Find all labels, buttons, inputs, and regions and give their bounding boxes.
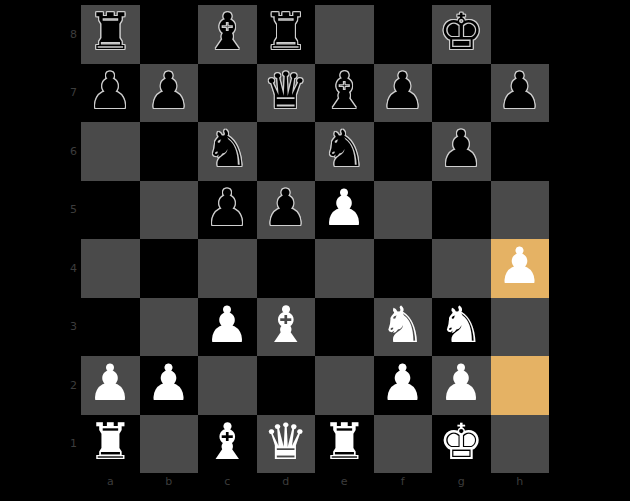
square-h7[interactable]: ♟ (491, 64, 550, 123)
square-f3[interactable]: ♞ (374, 298, 433, 357)
square-a8[interactable]: ♜ (81, 5, 140, 64)
square-d4[interactable] (257, 239, 316, 298)
square-d5[interactable]: ♟ (257, 181, 316, 240)
page-background: 87654321 ♜♝♜♚♟♟♛♝♟♟♞♞♟♟♟♟♟♟♝♞♞♟♟♟♟♜♝♛♜♚ … (0, 0, 630, 501)
square-f8[interactable] (374, 5, 433, 64)
square-d7[interactable]: ♛ (257, 64, 316, 123)
square-d8[interactable]: ♜ (257, 5, 316, 64)
square-d3[interactable]: ♝ (257, 298, 316, 357)
file-label-c: c (198, 473, 257, 491)
piece-white-pawn[interactable]: ♟ (439, 358, 484, 408)
piece-black-pawn[interactable]: ♟ (497, 66, 542, 116)
rank-label-6: 6 (0, 122, 77, 181)
square-b8[interactable] (140, 5, 199, 64)
square-b1[interactable] (140, 415, 199, 474)
square-b5[interactable] (140, 181, 199, 240)
square-e7[interactable]: ♝ (315, 64, 374, 123)
square-d1[interactable]: ♛ (257, 415, 316, 474)
piece-black-rook[interactable]: ♜ (263, 7, 308, 57)
rank-label-8: 8 (0, 5, 77, 64)
piece-black-king[interactable]: ♚ (439, 7, 484, 57)
square-f2[interactable]: ♟ (374, 356, 433, 415)
file-label-e: e (315, 473, 374, 491)
piece-white-bishop[interactable]: ♝ (205, 417, 250, 467)
piece-black-pawn[interactable]: ♟ (439, 124, 484, 174)
square-a7[interactable]: ♟ (81, 64, 140, 123)
square-e6[interactable]: ♞ (315, 122, 374, 181)
square-g1[interactable]: ♚ (432, 415, 491, 474)
piece-white-pawn[interactable]: ♟ (146, 358, 191, 408)
square-h8[interactable] (491, 5, 550, 64)
file-label-a: a (81, 473, 140, 491)
piece-black-knight[interactable]: ♞ (322, 124, 367, 174)
square-b6[interactable] (140, 122, 199, 181)
square-e5[interactable]: ♟ (315, 181, 374, 240)
square-h4[interactable]: ♟ (491, 239, 550, 298)
piece-black-bishop[interactable]: ♝ (205, 7, 250, 57)
square-c2[interactable] (198, 356, 257, 415)
square-h2[interactable] (491, 356, 550, 415)
piece-black-pawn[interactable]: ♟ (380, 66, 425, 116)
square-b4[interactable] (140, 239, 199, 298)
square-g5[interactable] (432, 181, 491, 240)
piece-white-pawn[interactable]: ♟ (497, 241, 542, 291)
square-a2[interactable]: ♟ (81, 356, 140, 415)
rank-label-7: 7 (0, 64, 77, 123)
square-a3[interactable] (81, 298, 140, 357)
rank-label-2: 2 (0, 356, 77, 415)
square-g4[interactable] (432, 239, 491, 298)
piece-black-pawn[interactable]: ♟ (263, 183, 308, 233)
file-labels: abcdefgh (81, 473, 549, 491)
square-h1[interactable] (491, 415, 550, 474)
square-f7[interactable]: ♟ (374, 64, 433, 123)
square-b3[interactable] (140, 298, 199, 357)
piece-white-rook[interactable]: ♜ (88, 417, 133, 467)
piece-black-knight[interactable]: ♞ (205, 124, 250, 174)
square-c4[interactable] (198, 239, 257, 298)
square-e3[interactable] (315, 298, 374, 357)
square-f6[interactable] (374, 122, 433, 181)
rank-label-3: 3 (0, 298, 77, 357)
file-label-d: d (257, 473, 316, 491)
piece-black-rook[interactable]: ♜ (88, 7, 133, 57)
rank-label-4: 4 (0, 239, 77, 298)
square-c6[interactable]: ♞ (198, 122, 257, 181)
square-a6[interactable] (81, 122, 140, 181)
square-c8[interactable]: ♝ (198, 5, 257, 64)
piece-black-bishop[interactable]: ♝ (322, 66, 367, 116)
square-a4[interactable] (81, 239, 140, 298)
piece-white-rook[interactable]: ♜ (322, 417, 367, 467)
piece-white-pawn[interactable]: ♟ (380, 358, 425, 408)
piece-white-pawn[interactable]: ♟ (322, 183, 367, 233)
rank-labels: 87654321 (0, 5, 77, 473)
square-f4[interactable] (374, 239, 433, 298)
chess-board: ♜♝♜♚♟♟♛♝♟♟♞♞♟♟♟♟♟♟♝♞♞♟♟♟♟♜♝♛♜♚ (81, 5, 549, 473)
piece-white-queen[interactable]: ♛ (263, 417, 308, 467)
rank-label-1: 1 (0, 415, 77, 474)
file-label-g: g (432, 473, 491, 491)
piece-white-pawn[interactable]: ♟ (205, 300, 250, 350)
piece-white-knight[interactable]: ♞ (439, 300, 484, 350)
piece-white-knight[interactable]: ♞ (380, 300, 425, 350)
square-f5[interactable] (374, 181, 433, 240)
square-g7[interactable] (432, 64, 491, 123)
piece-white-pawn[interactable]: ♟ (88, 358, 133, 408)
square-e2[interactable] (315, 356, 374, 415)
rank-label-5: 5 (0, 181, 77, 240)
square-g8[interactable]: ♚ (432, 5, 491, 64)
square-h6[interactable] (491, 122, 550, 181)
square-e8[interactable] (315, 5, 374, 64)
square-d6[interactable] (257, 122, 316, 181)
square-g6[interactable]: ♟ (432, 122, 491, 181)
square-f1[interactable] (374, 415, 433, 474)
file-label-b: b (140, 473, 199, 491)
piece-white-king[interactable]: ♚ (439, 417, 484, 467)
piece-black-queen[interactable]: ♛ (263, 66, 308, 116)
square-c1[interactable]: ♝ (198, 415, 257, 474)
square-g2[interactable]: ♟ (432, 356, 491, 415)
square-e1[interactable]: ♜ (315, 415, 374, 474)
piece-black-pawn[interactable]: ♟ (205, 183, 250, 233)
piece-white-bishop[interactable]: ♝ (263, 300, 308, 350)
piece-black-pawn[interactable]: ♟ (88, 66, 133, 116)
square-h5[interactable] (491, 181, 550, 240)
square-e4[interactable] (315, 239, 374, 298)
piece-black-pawn[interactable]: ♟ (146, 66, 191, 116)
square-c7[interactable] (198, 64, 257, 123)
square-b7[interactable]: ♟ (140, 64, 199, 123)
square-g3[interactable]: ♞ (432, 298, 491, 357)
file-label-h: h (491, 473, 550, 491)
square-a1[interactable]: ♜ (81, 415, 140, 474)
square-c3[interactable]: ♟ (198, 298, 257, 357)
square-d2[interactable] (257, 356, 316, 415)
file-label-f: f (374, 473, 433, 491)
square-a5[interactable] (81, 181, 140, 240)
square-c5[interactable]: ♟ (198, 181, 257, 240)
square-h3[interactable] (491, 298, 550, 357)
square-b2[interactable]: ♟ (140, 356, 199, 415)
